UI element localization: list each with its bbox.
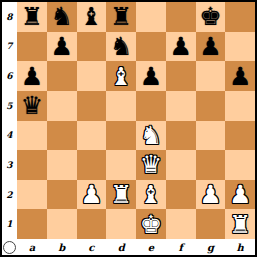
square-e7[interactable] xyxy=(136,32,166,62)
black-rook: ♜ xyxy=(21,4,43,29)
square-c2[interactable]: ♟ xyxy=(77,180,107,210)
square-g2[interactable]: ♟ xyxy=(196,180,226,210)
square-b7[interactable]: ♟ xyxy=(47,32,77,62)
square-e2[interactable]: ♝ xyxy=(136,180,166,210)
square-b6[interactable] xyxy=(47,61,77,91)
turn-indicator-area xyxy=(2,239,17,255)
square-h7[interactable] xyxy=(225,32,255,62)
square-a7[interactable] xyxy=(17,32,47,62)
black-knight: ♞ xyxy=(50,4,72,29)
black-pawn: ♟ xyxy=(50,34,72,59)
file-label-a: a xyxy=(17,239,47,255)
black-pawn: ♟ xyxy=(169,34,191,59)
square-a1[interactable] xyxy=(17,209,47,239)
black-king: ♚ xyxy=(199,4,221,29)
rank-label-4: 4 xyxy=(2,121,17,151)
white-pawn: ♟ xyxy=(229,182,251,207)
black-knight: ♞ xyxy=(110,34,132,59)
square-f4[interactable] xyxy=(166,121,196,151)
file-label-g: g xyxy=(196,239,226,255)
square-c4[interactable] xyxy=(77,121,107,151)
square-f7[interactable]: ♟ xyxy=(166,32,196,62)
square-e6[interactable]: ♟ xyxy=(136,61,166,91)
square-e4[interactable]: ♞ xyxy=(136,121,166,151)
black-queen: ♛ xyxy=(21,93,43,118)
square-g7[interactable]: ♟ xyxy=(196,32,226,62)
square-e8[interactable] xyxy=(136,2,166,32)
rank-label-2: 2 xyxy=(2,180,17,210)
white-bishop: ♝ xyxy=(110,64,132,89)
white-pawn: ♟ xyxy=(80,182,102,207)
square-b3[interactable] xyxy=(47,150,77,180)
black-pawn: ♟ xyxy=(229,64,251,89)
square-c7[interactable] xyxy=(77,32,107,62)
white-queen: ♛ xyxy=(140,152,162,177)
square-h8[interactable] xyxy=(225,2,255,32)
square-g1[interactable] xyxy=(196,209,226,239)
square-e3[interactable]: ♛ xyxy=(136,150,166,180)
square-h5[interactable] xyxy=(225,91,255,121)
chess-diagram: 87654321 ♜♞♝♜♚♟♞♟♟♟♝♟♟♛♞♛♟♜♝♟♟♚♜ abcdefg… xyxy=(0,0,257,257)
square-h1[interactable]: ♜ xyxy=(225,209,255,239)
square-d3[interactable] xyxy=(106,150,136,180)
rank-label-1: 1 xyxy=(2,209,17,239)
square-f1[interactable] xyxy=(166,209,196,239)
white-bishop: ♝ xyxy=(140,182,162,207)
square-h6[interactable]: ♟ xyxy=(225,61,255,91)
square-h2[interactable]: ♟ xyxy=(225,180,255,210)
file-label-e: e xyxy=(136,239,166,255)
square-c3[interactable] xyxy=(77,150,107,180)
black-rook: ♜ xyxy=(110,4,132,29)
square-c5[interactable] xyxy=(77,91,107,121)
black-pawn: ♟ xyxy=(21,64,43,89)
white-knight: ♞ xyxy=(140,123,162,148)
square-e1[interactable]: ♚ xyxy=(136,209,166,239)
square-f5[interactable] xyxy=(166,91,196,121)
rank-label-5: 5 xyxy=(2,91,17,121)
square-h3[interactable] xyxy=(225,150,255,180)
square-g8[interactable]: ♚ xyxy=(196,2,226,32)
square-f8[interactable] xyxy=(166,2,196,32)
black-pawn: ♟ xyxy=(140,64,162,89)
square-b8[interactable]: ♞ xyxy=(47,2,77,32)
rank-label-8: 8 xyxy=(2,2,17,32)
white-king: ♚ xyxy=(140,212,162,237)
square-b1[interactable] xyxy=(47,209,77,239)
file-label-c: c xyxy=(77,239,107,255)
square-b2[interactable] xyxy=(47,180,77,210)
white-rook: ♜ xyxy=(229,212,251,237)
square-g5[interactable] xyxy=(196,91,226,121)
square-a3[interactable] xyxy=(17,150,47,180)
white-rook: ♜ xyxy=(110,182,132,207)
square-c6[interactable] xyxy=(77,61,107,91)
white-pawn: ♟ xyxy=(199,182,221,207)
file-label-d: d xyxy=(106,239,136,255)
file-labels: abcdefgh xyxy=(17,239,255,255)
square-a6[interactable]: ♟ xyxy=(17,61,47,91)
square-d1[interactable] xyxy=(106,209,136,239)
square-c1[interactable] xyxy=(77,209,107,239)
chess-board: ♜♞♝♜♚♟♞♟♟♟♝♟♟♛♞♛♟♜♝♟♟♚♜ xyxy=(17,2,255,239)
square-b4[interactable] xyxy=(47,121,77,151)
square-f6[interactable] xyxy=(166,61,196,91)
square-a8[interactable]: ♜ xyxy=(17,2,47,32)
rank-label-3: 3 xyxy=(2,150,17,180)
square-b5[interactable] xyxy=(47,91,77,121)
black-bishop: ♝ xyxy=(80,4,102,29)
rank-labels: 87654321 xyxy=(2,2,17,239)
square-d2[interactable]: ♜ xyxy=(106,180,136,210)
square-g3[interactable] xyxy=(196,150,226,180)
square-d8[interactable]: ♜ xyxy=(106,2,136,32)
square-c8[interactable]: ♝ xyxy=(77,2,107,32)
square-g6[interactable] xyxy=(196,61,226,91)
square-d6[interactable]: ♝ xyxy=(106,61,136,91)
rank-label-6: 6 xyxy=(2,61,17,91)
square-h4[interactable] xyxy=(225,121,255,151)
file-label-h: h xyxy=(225,239,255,255)
file-label-f: f xyxy=(166,239,196,255)
square-a2[interactable] xyxy=(17,180,47,210)
square-d7[interactable]: ♞ xyxy=(106,32,136,62)
square-f3[interactable] xyxy=(166,150,196,180)
square-e5[interactable] xyxy=(136,91,166,121)
square-d4[interactable] xyxy=(106,121,136,151)
square-a4[interactable] xyxy=(17,121,47,151)
rank-label-7: 7 xyxy=(2,32,17,62)
square-f2[interactable] xyxy=(166,180,196,210)
file-label-b: b xyxy=(47,239,77,255)
square-a5[interactable]: ♛ xyxy=(17,91,47,121)
square-g4[interactable] xyxy=(196,121,226,151)
square-d5[interactable] xyxy=(106,91,136,121)
white-to-move-icon xyxy=(3,241,16,254)
black-pawn: ♟ xyxy=(199,34,221,59)
